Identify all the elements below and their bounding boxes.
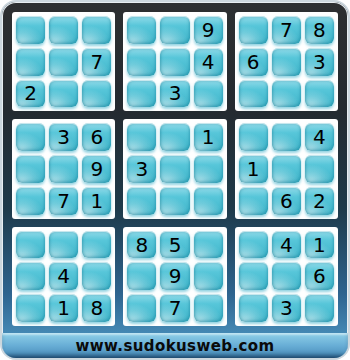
cell-r7c3[interactable]	[82, 231, 111, 259]
cell-r7c8: 4	[272, 231, 301, 259]
cell-r9c3: 8	[82, 294, 111, 322]
cell-r9c5: 7	[160, 294, 189, 322]
cell-r8c5: 9	[160, 262, 189, 290]
cell-r7c1[interactable]	[16, 231, 45, 259]
sudoku-box-2: 943	[123, 12, 226, 111]
cell-r9c4[interactable]	[127, 294, 156, 322]
cell-r6c8: 6	[272, 187, 301, 215]
cell-r7c4: 8	[127, 231, 156, 259]
cell-r3c6[interactable]	[194, 80, 223, 108]
cell-r3c7[interactable]	[239, 80, 268, 108]
cell-r5c9[interactable]	[305, 155, 334, 183]
site-url[interactable]: www.sudokusweb.com	[75, 337, 274, 355]
cell-r8c2: 4	[49, 262, 78, 290]
sudoku-box-4: 36971	[12, 119, 115, 218]
cell-r8c7[interactable]	[239, 262, 268, 290]
cell-r3c9[interactable]	[305, 80, 334, 108]
cell-r6c9: 2	[305, 187, 334, 215]
cell-r5c3: 9	[82, 155, 111, 183]
cell-r4c9: 4	[305, 123, 334, 151]
cell-r6c4[interactable]	[127, 187, 156, 215]
cell-r1c1[interactable]	[16, 16, 45, 44]
sudoku-box-6: 4162	[235, 119, 338, 218]
cell-r6c1[interactable]	[16, 187, 45, 215]
sudoku-box-1: 72	[12, 12, 115, 111]
cell-r8c6[interactable]	[194, 262, 223, 290]
cell-r7c5: 5	[160, 231, 189, 259]
cell-r1c6: 9	[194, 16, 223, 44]
cell-r5c8[interactable]	[272, 155, 301, 183]
cell-r8c9: 6	[305, 262, 334, 290]
cell-r4c5[interactable]	[160, 123, 189, 151]
cell-r2c5[interactable]	[160, 48, 189, 76]
cell-r8c3[interactable]	[82, 262, 111, 290]
cell-r6c2: 7	[49, 187, 78, 215]
cell-r2c7: 6	[239, 48, 268, 76]
sudoku-box-3: 7863	[235, 12, 338, 111]
cell-r7c9: 1	[305, 231, 334, 259]
cell-r4c3: 6	[82, 123, 111, 151]
cell-r2c6: 4	[194, 48, 223, 76]
cell-r3c4[interactable]	[127, 80, 156, 108]
cell-r6c6[interactable]	[194, 187, 223, 215]
cell-r9c9[interactable]	[305, 294, 334, 322]
cell-r5c5[interactable]	[160, 155, 189, 183]
cell-r3c3[interactable]	[82, 80, 111, 108]
cell-r6c3: 1	[82, 187, 111, 215]
cell-r6c5[interactable]	[160, 187, 189, 215]
cell-r3c5: 3	[160, 80, 189, 108]
cell-r2c9: 3	[305, 48, 334, 76]
cell-r9c6[interactable]	[194, 294, 223, 322]
cell-r9c8: 3	[272, 294, 301, 322]
cell-r1c9: 8	[305, 16, 334, 44]
cell-r2c3: 7	[82, 48, 111, 76]
cell-r9c2: 1	[49, 294, 78, 322]
cell-r1c7[interactable]	[239, 16, 268, 44]
cell-r8c1[interactable]	[16, 262, 45, 290]
cell-r5c7: 1	[239, 155, 268, 183]
cell-r1c5[interactable]	[160, 16, 189, 44]
sudoku-box-7: 418	[12, 227, 115, 326]
cell-r4c8[interactable]	[272, 123, 301, 151]
cell-r2c4[interactable]	[127, 48, 156, 76]
cell-r1c4[interactable]	[127, 16, 156, 44]
cell-r8c4[interactable]	[127, 262, 156, 290]
cell-r2c1[interactable]	[16, 48, 45, 76]
sudoku-board: 7294378633697113416241885974163 www.sudo…	[0, 0, 350, 360]
cell-r3c8[interactable]	[272, 80, 301, 108]
cell-r4c2: 3	[49, 123, 78, 151]
cell-r9c7[interactable]	[239, 294, 268, 322]
cell-r5c4: 3	[127, 155, 156, 183]
cell-r1c8: 7	[272, 16, 301, 44]
cell-r1c3[interactable]	[82, 16, 111, 44]
cell-r5c2[interactable]	[49, 155, 78, 183]
footer-band: www.sudokusweb.com	[2, 333, 348, 358]
cell-r3c1: 2	[16, 80, 45, 108]
cell-r2c8[interactable]	[272, 48, 301, 76]
cell-r7c2[interactable]	[49, 231, 78, 259]
cell-r2c2[interactable]	[49, 48, 78, 76]
cell-r4c1[interactable]	[16, 123, 45, 151]
cell-r1c2[interactable]	[49, 16, 78, 44]
cell-r5c1[interactable]	[16, 155, 45, 183]
sudoku-box-8: 8597	[123, 227, 226, 326]
cell-r6c7[interactable]	[239, 187, 268, 215]
cell-r9c1[interactable]	[16, 294, 45, 322]
cell-r8c8[interactable]	[272, 262, 301, 290]
cell-r3c2[interactable]	[49, 80, 78, 108]
cell-r4c4[interactable]	[127, 123, 156, 151]
cell-r7c7[interactable]	[239, 231, 268, 259]
cell-r7c6[interactable]	[194, 231, 223, 259]
cell-r4c6: 1	[194, 123, 223, 151]
sudoku-grid: 7294378633697113416241885974163	[12, 12, 338, 326]
sudoku-box-5: 13	[123, 119, 226, 218]
cell-r4c7[interactable]	[239, 123, 268, 151]
cell-r5c6[interactable]	[194, 155, 223, 183]
sudoku-box-9: 4163	[235, 227, 338, 326]
